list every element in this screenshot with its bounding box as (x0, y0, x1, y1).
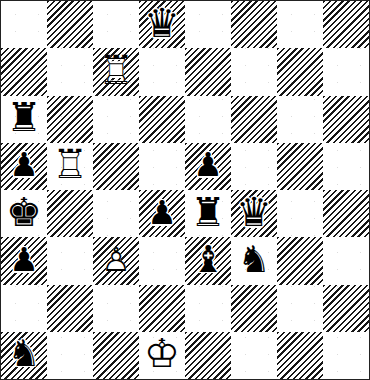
square-b8[interactable] (47, 1, 93, 48)
square-c2[interactable] (93, 285, 139, 332)
square-h1[interactable] (323, 332, 369, 379)
square-d6[interactable] (139, 96, 185, 143)
piece-black-queen-d8[interactable]: ♛ (139, 1, 185, 48)
square-h2[interactable] (323, 285, 369, 332)
square-g8[interactable] (277, 1, 323, 48)
square-a7[interactable] (1, 48, 47, 95)
square-f1[interactable] (231, 332, 277, 379)
square-g4[interactable] (277, 190, 323, 237)
square-f6[interactable] (231, 96, 277, 143)
square-d7[interactable] (139, 48, 185, 95)
square-h8[interactable] (323, 1, 369, 48)
square-f2[interactable] (231, 285, 277, 332)
square-c7[interactable]: ♜♖ (93, 48, 139, 95)
black-piece-glyph: ♝ (191, 241, 224, 278)
black-piece-glyph: ♞ (7, 335, 40, 372)
square-e1[interactable] (185, 332, 231, 379)
chess-diagram: ♛♜♖♜♟♜♖♟♚♟♜♛♟♟♙♝♞♞♚♔ (0, 0, 370, 380)
square-b1[interactable] (47, 332, 93, 379)
square-g7[interactable] (277, 48, 323, 95)
square-a5[interactable]: ♟ (1, 143, 47, 190)
square-e2[interactable] (185, 285, 231, 332)
piece-black-knight-a1[interactable]: ♞ (1, 332, 47, 379)
square-h4[interactable] (323, 190, 369, 237)
square-b4[interactable] (47, 190, 93, 237)
square-h6[interactable] (323, 96, 369, 143)
piece-white-king-d1[interactable]: ♚♔ (139, 332, 185, 379)
black-piece-glyph: ♞ (237, 241, 270, 278)
square-d8[interactable]: ♛ (139, 1, 185, 48)
square-a4[interactable]: ♚ (1, 190, 47, 237)
piece-white-pawn-c3[interactable]: ♟♙ (93, 237, 139, 284)
black-piece-glyph: ♟ (147, 196, 177, 229)
piece-black-bishop-e3[interactable]: ♝ (185, 237, 231, 284)
piece-black-rook-e4[interactable]: ♜ (185, 190, 231, 237)
black-piece-glyph: ♚ (6, 192, 42, 232)
black-piece-glyph: ♜ (6, 98, 42, 138)
square-c5[interactable] (93, 143, 139, 190)
piece-black-pawn-a3[interactable]: ♟ (1, 237, 47, 284)
square-g2[interactable] (277, 285, 323, 332)
square-d2[interactable] (139, 285, 185, 332)
square-a2[interactable] (1, 285, 47, 332)
white-piece-outline: ♖ (98, 50, 134, 90)
black-piece-glyph: ♛ (144, 3, 180, 43)
square-d1[interactable]: ♚♔ (139, 332, 185, 379)
black-piece-glyph: ♟ (9, 243, 39, 276)
square-b3[interactable] (47, 237, 93, 284)
square-g6[interactable] (277, 96, 323, 143)
square-a1[interactable]: ♞ (1, 332, 47, 379)
black-piece-glyph: ♜ (190, 192, 226, 232)
square-f8[interactable] (231, 1, 277, 48)
square-g5[interactable] (277, 143, 323, 190)
black-piece-glyph: ♟ (9, 149, 39, 182)
square-e4[interactable]: ♜ (185, 190, 231, 237)
black-piece-glyph: ♟ (193, 149, 223, 182)
square-c3[interactable]: ♟♙ (93, 237, 139, 284)
square-e5[interactable]: ♟ (185, 143, 231, 190)
white-piece-outline: ♔ (144, 334, 180, 374)
square-d3[interactable] (139, 237, 185, 284)
piece-black-pawn-e5[interactable]: ♟ (185, 143, 231, 190)
square-a3[interactable]: ♟ (1, 237, 47, 284)
square-h7[interactable] (323, 48, 369, 95)
piece-black-king-a4[interactable]: ♚ (1, 190, 47, 237)
square-e3[interactable]: ♝ (185, 237, 231, 284)
square-f4[interactable]: ♛ (231, 190, 277, 237)
square-c4[interactable] (93, 190, 139, 237)
piece-black-knight-f3[interactable]: ♞ (231, 237, 277, 284)
square-e8[interactable] (185, 1, 231, 48)
square-c8[interactable] (93, 1, 139, 48)
piece-black-queen-f4[interactable]: ♛ (231, 190, 277, 237)
piece-white-rook-c7[interactable]: ♜♖ (93, 48, 139, 95)
piece-white-rook-b5[interactable]: ♜♖ (47, 143, 93, 190)
square-h5[interactable] (323, 143, 369, 190)
square-f7[interactable] (231, 48, 277, 95)
square-f5[interactable] (231, 143, 277, 190)
square-g3[interactable] (277, 237, 323, 284)
square-e6[interactable] (185, 96, 231, 143)
square-b6[interactable] (47, 96, 93, 143)
square-a8[interactable] (1, 1, 47, 48)
square-c1[interactable] (93, 332, 139, 379)
square-d4[interactable]: ♟ (139, 190, 185, 237)
square-b2[interactable] (47, 285, 93, 332)
square-c6[interactable] (93, 96, 139, 143)
square-f3[interactable]: ♞ (231, 237, 277, 284)
piece-black-pawn-a5[interactable]: ♟ (1, 143, 47, 190)
white-piece-outline: ♖ (52, 145, 88, 185)
piece-black-rook-a6[interactable]: ♜ (1, 96, 47, 143)
square-e7[interactable] (185, 48, 231, 95)
chess-board: ♛♜♖♜♟♜♖♟♚♟♜♛♟♟♙♝♞♞♚♔ (1, 1, 369, 379)
black-piece-glyph: ♛ (236, 192, 272, 232)
square-d5[interactable] (139, 143, 185, 190)
square-a6[interactable]: ♜ (1, 96, 47, 143)
piece-black-pawn-d4[interactable]: ♟ (139, 190, 185, 237)
square-g1[interactable] (277, 332, 323, 379)
white-piece-outline: ♙ (101, 243, 131, 276)
square-h3[interactable] (323, 237, 369, 284)
square-b5[interactable]: ♜♖ (47, 143, 93, 190)
square-b7[interactable] (47, 48, 93, 95)
